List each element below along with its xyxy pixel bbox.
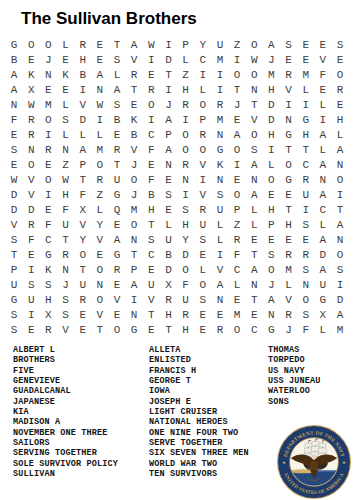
- grid-cell-r6c19: I: [314, 113, 331, 128]
- grid-cell-r2c15: W: [246, 53, 263, 68]
- grid-cell-r18c8: I: [126, 292, 143, 307]
- grid-cell-r17c2: S: [23, 277, 40, 292]
- grid-cell-r20c17: J: [280, 322, 297, 337]
- grid-cell-r1c10: I: [160, 38, 177, 53]
- grid-cell-r18c6: O: [91, 292, 108, 307]
- grid-cell-r4c20: R: [331, 83, 348, 98]
- grid-cell-r19c16: N: [263, 307, 280, 322]
- grid-cell-r12c3: E: [40, 202, 57, 217]
- grid-cell-r11c3: I: [40, 187, 57, 202]
- grid-cell-r8c13: G: [211, 143, 228, 158]
- grid-cell-r20c4: V: [57, 322, 74, 337]
- grid-cell-r7c2: R: [23, 128, 40, 143]
- grid-cell-r13c7: E: [108, 217, 125, 232]
- grid-cell-r8c8: V: [126, 143, 143, 158]
- grid-cell-r15c2: E: [23, 247, 40, 262]
- word-item: THOMAS: [268, 345, 321, 355]
- grid-cell-r6c7: B: [108, 113, 125, 128]
- grid-cell-r2c11: L: [177, 53, 194, 68]
- grid-cell-r3c17: R: [280, 68, 297, 83]
- grid-cell-r1c13: U: [211, 38, 228, 53]
- grid-cell-r10c7: U: [108, 173, 125, 188]
- grid-cell-r10c19: N: [314, 173, 331, 188]
- grid-cell-r9c16: L: [263, 158, 280, 173]
- grid-cell-r18c7: V: [108, 292, 125, 307]
- grid-cell-r11c14: O: [229, 187, 246, 202]
- grid-cell-r15c8: T: [126, 247, 143, 262]
- grid-cell-r6c11: I: [177, 113, 194, 128]
- grid-cell-r19c3: X: [40, 307, 57, 322]
- grid-cell-r17c13: A: [211, 277, 228, 292]
- grid-cell-r4c7: A: [108, 83, 125, 98]
- word-list-column-2: ALLETAENLISTEDFRANCIS HGEORGE TIOWAJOSEP…: [149, 345, 249, 479]
- seal-left-star-icon: ★: [281, 460, 286, 465]
- grid-cell-r3c1: A: [6, 68, 23, 83]
- grid-cell-r19c15: E: [246, 307, 263, 322]
- grid-cell-r18c10: R: [160, 292, 177, 307]
- grid-cell-r18c3: H: [40, 292, 57, 307]
- grid-cell-r13c18: S: [297, 217, 314, 232]
- grid-cell-r15c13: I: [211, 247, 228, 262]
- grid-cell-r19c1: S: [6, 307, 23, 322]
- grid-cell-r8c1: S: [6, 143, 23, 158]
- grid-cell-r19c4: S: [57, 307, 74, 322]
- grid-cell-r14c4: T: [57, 232, 74, 247]
- grid-cell-r11c6: Z: [91, 187, 108, 202]
- grid-cell-r17c16: J: [263, 277, 280, 292]
- grid-cell-r8c20: A: [331, 143, 348, 158]
- grid-cell-r3c5: B: [74, 68, 91, 83]
- grid-cell-r6c10: A: [160, 113, 177, 128]
- grid-cell-r4c14: T: [229, 83, 246, 98]
- grid-cell-r12c13: U: [211, 202, 228, 217]
- grid-cell-r12c9: H: [143, 202, 160, 217]
- grid-cell-r20c11: H: [177, 322, 194, 337]
- grid-cell-r1c9: W: [143, 38, 160, 53]
- grid-cell-r7c13: N: [211, 128, 228, 143]
- grid-cell-r6c20: H: [331, 113, 348, 128]
- word-item: SULLIVAN: [13, 469, 118, 479]
- grid-cell-r9c4: Z: [57, 158, 74, 173]
- word-item: BROTHERS: [13, 355, 118, 365]
- grid-cell-r13c9: T: [143, 217, 160, 232]
- grid-cell-r13c16: P: [263, 217, 280, 232]
- grid-cell-r20c13: R: [211, 322, 228, 337]
- grid-cell-r13c8: O: [126, 217, 143, 232]
- grid-cell-r8c9: F: [143, 143, 160, 158]
- grid-cell-r11c5: F: [74, 187, 91, 202]
- grid-cell-r16c4: N: [57, 262, 74, 277]
- grid-cell-r7c3: I: [40, 128, 57, 143]
- grid-cell-r4c8: T: [126, 83, 143, 98]
- grid-cell-r16c20: S: [331, 262, 348, 277]
- grid-cell-r15c11: D: [177, 247, 194, 262]
- grid-cell-r10c14: E: [229, 173, 246, 188]
- grid-cell-r15c15: T: [246, 247, 263, 262]
- grid-cell-r14c1: S: [6, 232, 23, 247]
- grid-cell-r9c7: T: [108, 158, 125, 173]
- grid-cell-r16c12: L: [194, 262, 211, 277]
- grid-cell-r10c20: O: [331, 173, 348, 188]
- grid-cell-r5c9: O: [143, 98, 160, 113]
- grid-cell-r11c17: E: [280, 187, 297, 202]
- grid-cell-r16c1: P: [6, 262, 23, 277]
- grid-cell-r14c17: E: [280, 232, 297, 247]
- grid-cell-r8c5: A: [74, 143, 91, 158]
- grid-cell-r20c7: O: [108, 322, 125, 337]
- grid-cell-r18c17: V: [280, 292, 297, 307]
- grid-cell-r17c20: I: [331, 277, 348, 292]
- grid-cell-r7c10: P: [160, 128, 177, 143]
- grid-cell-r1c15: O: [246, 38, 263, 53]
- word-item: KIA: [13, 407, 118, 417]
- puzzle-title: The Sullivan Brothers: [21, 9, 197, 29]
- grid-cell-r10c12: I: [194, 173, 211, 188]
- grid-cell-r16c11: O: [177, 262, 194, 277]
- word-item: SIX SEVEN THREE MEN: [149, 448, 249, 458]
- grid-cell-r12c19: C: [314, 202, 331, 217]
- grid-cell-r19c10: H: [160, 307, 177, 322]
- grid-cell-r6c2: R: [23, 113, 40, 128]
- grid-cell-r14c14: R: [229, 232, 246, 247]
- grid-cell-r2c1: B: [6, 53, 23, 68]
- grid-cell-r10c5: T: [74, 173, 91, 188]
- grid-cell-r1c7: T: [108, 38, 125, 53]
- grid-cell-r14c18: E: [297, 232, 314, 247]
- grid-cell-r9c20: N: [331, 158, 348, 173]
- grid-cell-r7c15: O: [246, 128, 263, 143]
- grid-cell-r1c3: O: [40, 38, 57, 53]
- word-item: SERVE TOGETHER: [149, 438, 249, 448]
- grid-cell-r4c12: L: [194, 83, 211, 98]
- grid-cell-r10c18: R: [297, 173, 314, 188]
- grid-cell-r15c16: S: [263, 247, 280, 262]
- word-list-column-1: ALBERT LBROTHERSFIVEGENEVIEVEGUADALCANAL…: [13, 345, 118, 479]
- grid-cell-r18c20: D: [331, 292, 348, 307]
- grid-cell-r12c11: S: [177, 202, 194, 217]
- grid-cell-r7c8: B: [126, 128, 143, 143]
- word-item: WORLD WAR TWO: [149, 459, 249, 469]
- grid-cell-r12c5: X: [74, 202, 91, 217]
- grid-cell-r3c8: R: [126, 68, 143, 83]
- grid-cell-r18c12: S: [194, 292, 211, 307]
- grid-cell-r9c14: I: [229, 158, 246, 173]
- grid-cell-r16c6: O: [91, 262, 108, 277]
- grid-cell-r3c3: N: [40, 68, 57, 83]
- grid-cell-r19c13: E: [211, 307, 228, 322]
- grid-cell-r3c10: T: [160, 68, 177, 83]
- grid-cell-r12c4: F: [57, 202, 74, 217]
- grid-cell-r20c8: G: [126, 322, 143, 337]
- grid-cell-r20c2: E: [23, 322, 40, 337]
- grid-cell-r9c3: E: [40, 158, 57, 173]
- grid-cell-r16c10: D: [160, 262, 177, 277]
- grid-cell-r15c4: R: [57, 247, 74, 262]
- grid-cell-r20c18: F: [297, 322, 314, 337]
- grid-cell-r15c17: R: [280, 247, 297, 262]
- grid-cell-r4c16: H: [263, 83, 280, 98]
- grid-cell-r15c5: O: [74, 247, 91, 262]
- word-item: TORPEDO: [268, 355, 321, 365]
- grid-cell-r15c20: O: [331, 247, 348, 262]
- word-item: SAILORS: [13, 438, 118, 448]
- word-item: TEN SURVIVORS: [149, 469, 249, 479]
- grid-cell-r17c11: F: [177, 277, 194, 292]
- grid-cell-r12c20: T: [331, 202, 348, 217]
- grid-cell-r4c2: X: [23, 83, 40, 98]
- grid-cell-r13c4: U: [57, 217, 74, 232]
- grid-cell-r20c12: E: [194, 322, 211, 337]
- grid-cell-r4c18: L: [297, 83, 314, 98]
- grid-cell-r14c11: Y: [177, 232, 194, 247]
- word-item: US NAVY: [268, 366, 321, 376]
- grid-cell-r7c6: L: [91, 128, 108, 143]
- grid-cell-r2c16: J: [263, 53, 280, 68]
- grid-cell-r20c20: M: [331, 322, 348, 337]
- grid-cell-r19c12: E: [194, 307, 211, 322]
- grid-cell-r5c18: I: [297, 98, 314, 113]
- us-navy-seal-icon: DEPARTMENT OF THE NAVY UNITED STATES OF …: [277, 425, 351, 499]
- word-item: ALLETA: [149, 345, 249, 355]
- grid-cell-r7c14: A: [229, 128, 246, 143]
- grid-cell-r16c8: P: [126, 262, 143, 277]
- grid-cell-r5c1: N: [6, 98, 23, 113]
- grid-cell-r2c13: M: [211, 53, 228, 68]
- grid-cell-r12c10: E: [160, 202, 177, 217]
- grid-cell-r5c11: R: [177, 98, 194, 113]
- grid-cell-r14c15: E: [246, 232, 263, 247]
- grid-cell-r4c3: E: [40, 83, 57, 98]
- grid-cell-r9c18: C: [297, 158, 314, 173]
- grid-cell-r5c19: L: [314, 98, 331, 113]
- grid-cell-r7c11: O: [177, 128, 194, 143]
- grid-cell-r13c5: V: [74, 217, 91, 232]
- grid-cell-r2c9: I: [143, 53, 160, 68]
- grid-cell-r8c15: S: [246, 143, 263, 158]
- grid-cell-r18c18: O: [297, 292, 314, 307]
- grid-cell-r12c6: L: [91, 202, 108, 217]
- word-list-column-3: THOMASTORPEDOUS NAVYUSS JUNEAUWATERLOOSO…: [268, 345, 321, 407]
- grid-cell-r17c8: A: [126, 277, 143, 292]
- grid-cell-r17c19: U: [314, 277, 331, 292]
- grid-cell-r9c11: R: [177, 158, 194, 173]
- grid-cell-r6c3: O: [40, 113, 57, 128]
- grid-cell-r1c17: S: [280, 38, 297, 53]
- grid-cell-r9c6: O: [91, 158, 108, 173]
- grid-cell-r5c7: S: [108, 98, 125, 113]
- grid-cell-r6c1: F: [6, 113, 23, 128]
- grid-cell-r18c15: T: [246, 292, 263, 307]
- grid-cell-r5c14: J: [229, 98, 246, 113]
- grid-cell-r18c11: U: [177, 292, 194, 307]
- grid-cell-r6c14: E: [229, 113, 246, 128]
- grid-cell-r16c3: K: [40, 262, 57, 277]
- grid-cell-r2c10: D: [160, 53, 177, 68]
- grid-cell-r13c17: H: [280, 217, 297, 232]
- grid-cell-r3c7: L: [108, 68, 125, 83]
- grid-cell-r18c9: V: [143, 292, 160, 307]
- grid-cell-r19c2: I: [23, 307, 40, 322]
- grid-cell-r20c16: G: [263, 322, 280, 337]
- grid-cell-r2c14: I: [229, 53, 246, 68]
- grid-cell-r9c15: A: [246, 158, 263, 173]
- grid-cell-r2c2: E: [23, 53, 40, 68]
- grid-cell-r1c12: Y: [194, 38, 211, 53]
- grid-cell-r16c7: R: [108, 262, 125, 277]
- grid-cell-r7c1: E: [6, 128, 23, 143]
- grid-cell-r3c2: K: [23, 68, 40, 83]
- grid-cell-r1c2: O: [23, 38, 40, 53]
- grid-cell-r14c9: S: [143, 232, 160, 247]
- grid-cell-r7c16: H: [263, 128, 280, 143]
- grid-cell-r15c7: G: [108, 247, 125, 262]
- grid-cell-r6c18: G: [297, 113, 314, 128]
- word-item: FIVE: [13, 366, 118, 376]
- grid-cell-r15c10: B: [160, 247, 177, 262]
- grid-cell-r11c9: B: [143, 187, 160, 202]
- grid-cell-r14c2: F: [23, 232, 40, 247]
- grid-cell-r10c9: F: [143, 173, 160, 188]
- grid-cell-r16c5: T: [74, 262, 91, 277]
- grid-cell-r8c17: T: [280, 143, 297, 158]
- grid-cell-r3c16: M: [263, 68, 280, 83]
- grid-cell-r4c5: I: [74, 83, 91, 98]
- grid-cell-r13c11: H: [177, 217, 194, 232]
- grid-cell-r12c15: L: [246, 202, 263, 217]
- grid-cell-r11c2: V: [23, 187, 40, 202]
- grid-cell-r11c20: I: [331, 187, 348, 202]
- grid-cell-r1c6: E: [91, 38, 108, 53]
- grid-cell-r5c20: E: [331, 98, 348, 113]
- word-item: GENEVIEVE: [13, 376, 118, 386]
- grid-cell-r1c1: G: [6, 38, 23, 53]
- word-item: JOSEPH E: [149, 397, 249, 407]
- grid-cell-r2c19: V: [314, 53, 331, 68]
- grid-cell-r20c9: E: [143, 322, 160, 337]
- grid-cell-r9c9: E: [143, 158, 160, 173]
- grid-cell-r4c10: I: [160, 83, 177, 98]
- word-item: MADISON A: [13, 417, 118, 427]
- grid-cell-r7c20: L: [331, 128, 348, 143]
- grid-cell-r9c1: E: [6, 158, 23, 173]
- grid-cell-r12c7: Q: [108, 202, 125, 217]
- grid-cell-r8c14: O: [229, 143, 246, 158]
- grid-cell-r8c16: I: [263, 143, 280, 158]
- grid-cell-r10c3: O: [40, 173, 57, 188]
- grid-cell-r7c7: E: [108, 128, 125, 143]
- grid-cell-r13c19: L: [314, 217, 331, 232]
- grid-cell-r17c5: U: [74, 277, 91, 292]
- grid-cell-r12c12: R: [194, 202, 211, 217]
- grid-cell-r12c1: D: [6, 202, 23, 217]
- grid-cell-r8c11: O: [177, 143, 194, 158]
- grid-cell-r19c18: S: [297, 307, 314, 322]
- grid-cell-r13c1: V: [6, 217, 23, 232]
- grid-cell-r7c5: L: [74, 128, 91, 143]
- grid-cell-r10c8: O: [126, 173, 143, 188]
- grid-cell-r4c6: N: [91, 83, 108, 98]
- grid-cell-r5c2: W: [23, 98, 40, 113]
- grid-cell-r2c7: S: [108, 53, 125, 68]
- grid-cell-r11c19: A: [314, 187, 331, 202]
- grid-cell-r12c14: P: [229, 202, 246, 217]
- word-item: NOVEMBER ONE THREE: [13, 428, 118, 438]
- grid-cell-r2c20: E: [331, 53, 348, 68]
- grid-cell-r2c6: E: [91, 53, 108, 68]
- grid-cell-r2c8: V: [126, 53, 143, 68]
- grid-cell-r20c6: T: [91, 322, 108, 337]
- grid-cell-r4c19: E: [314, 83, 331, 98]
- grid-cell-r17c7: E: [108, 277, 125, 292]
- grid-cell-r15c19: D: [314, 247, 331, 262]
- grid-cell-r11c13: S: [211, 187, 228, 202]
- grid-cell-r4c4: E: [57, 83, 74, 98]
- grid-cell-r8c6: M: [91, 143, 108, 158]
- grid-cell-r2c18: E: [297, 53, 314, 68]
- grid-cell-r5c3: M: [40, 98, 57, 113]
- grid-cell-r7c4: L: [57, 128, 74, 143]
- grid-cell-r16c16: O: [263, 262, 280, 277]
- grid-cell-r11c1: D: [6, 187, 23, 202]
- grid-cell-r3c15: O: [246, 68, 263, 83]
- word-item: IOWA: [149, 386, 249, 396]
- grid-cell-r6c15: V: [246, 113, 263, 128]
- grid-cell-r11c4: H: [57, 187, 74, 202]
- grid-cell-r19c14: M: [229, 307, 246, 322]
- grid-cell-r8c18: T: [297, 143, 314, 158]
- grid-cell-r19c11: R: [177, 307, 194, 322]
- grid-cell-r1c5: R: [74, 38, 91, 53]
- grid-cell-r11c16: E: [263, 187, 280, 202]
- grid-cell-r16c19: A: [314, 262, 331, 277]
- grid-cell-r10c17: G: [280, 173, 297, 188]
- grid-cell-r19c6: V: [91, 307, 108, 322]
- grid-cell-r20c1: S: [6, 322, 23, 337]
- word-item: GEORGE T: [149, 376, 249, 386]
- grid-cell-r9c13: K: [211, 158, 228, 173]
- grid-cell-r17c4: J: [57, 277, 74, 292]
- grid-cell-r14c19: A: [314, 232, 331, 247]
- grid-cell-r19c9: T: [143, 307, 160, 322]
- grid-cell-r9c5: P: [74, 158, 91, 173]
- grid-cell-r1c8: A: [126, 38, 143, 53]
- grid-cell-r6c4: S: [57, 113, 74, 128]
- grid-cell-r14c20: N: [331, 232, 348, 247]
- grid-cell-r16c15: A: [246, 262, 263, 277]
- grid-cell-r2c5: H: [74, 53, 91, 68]
- grid-cell-r18c19: G: [314, 292, 331, 307]
- grid-cell-r5c6: W: [91, 98, 108, 113]
- grid-cell-r1c11: P: [177, 38, 194, 53]
- grid-cell-r18c4: S: [57, 292, 74, 307]
- grid-cell-r6c17: N: [280, 113, 297, 128]
- grid-cell-r6c16: D: [263, 113, 280, 128]
- grid-cell-r6c13: M: [211, 113, 228, 128]
- grid-cell-r13c15: L: [246, 217, 263, 232]
- grid-cell-r17c10: X: [160, 277, 177, 292]
- word-item: WATERLOO: [268, 386, 321, 396]
- grid-cell-r17c17: L: [280, 277, 297, 292]
- grid-cell-r9c19: A: [314, 158, 331, 173]
- grid-cell-r14c6: V: [91, 232, 108, 247]
- grid-cell-r16c14: C: [229, 262, 246, 277]
- grid-cell-r1c16: A: [263, 38, 280, 53]
- word-item: SONS: [268, 397, 321, 407]
- grid-cell-r8c3: R: [40, 143, 57, 158]
- word-item: GUADALCANAL: [13, 386, 118, 396]
- grid-cell-r19c20: A: [331, 307, 348, 322]
- grid-cell-r8c19: L: [314, 143, 331, 158]
